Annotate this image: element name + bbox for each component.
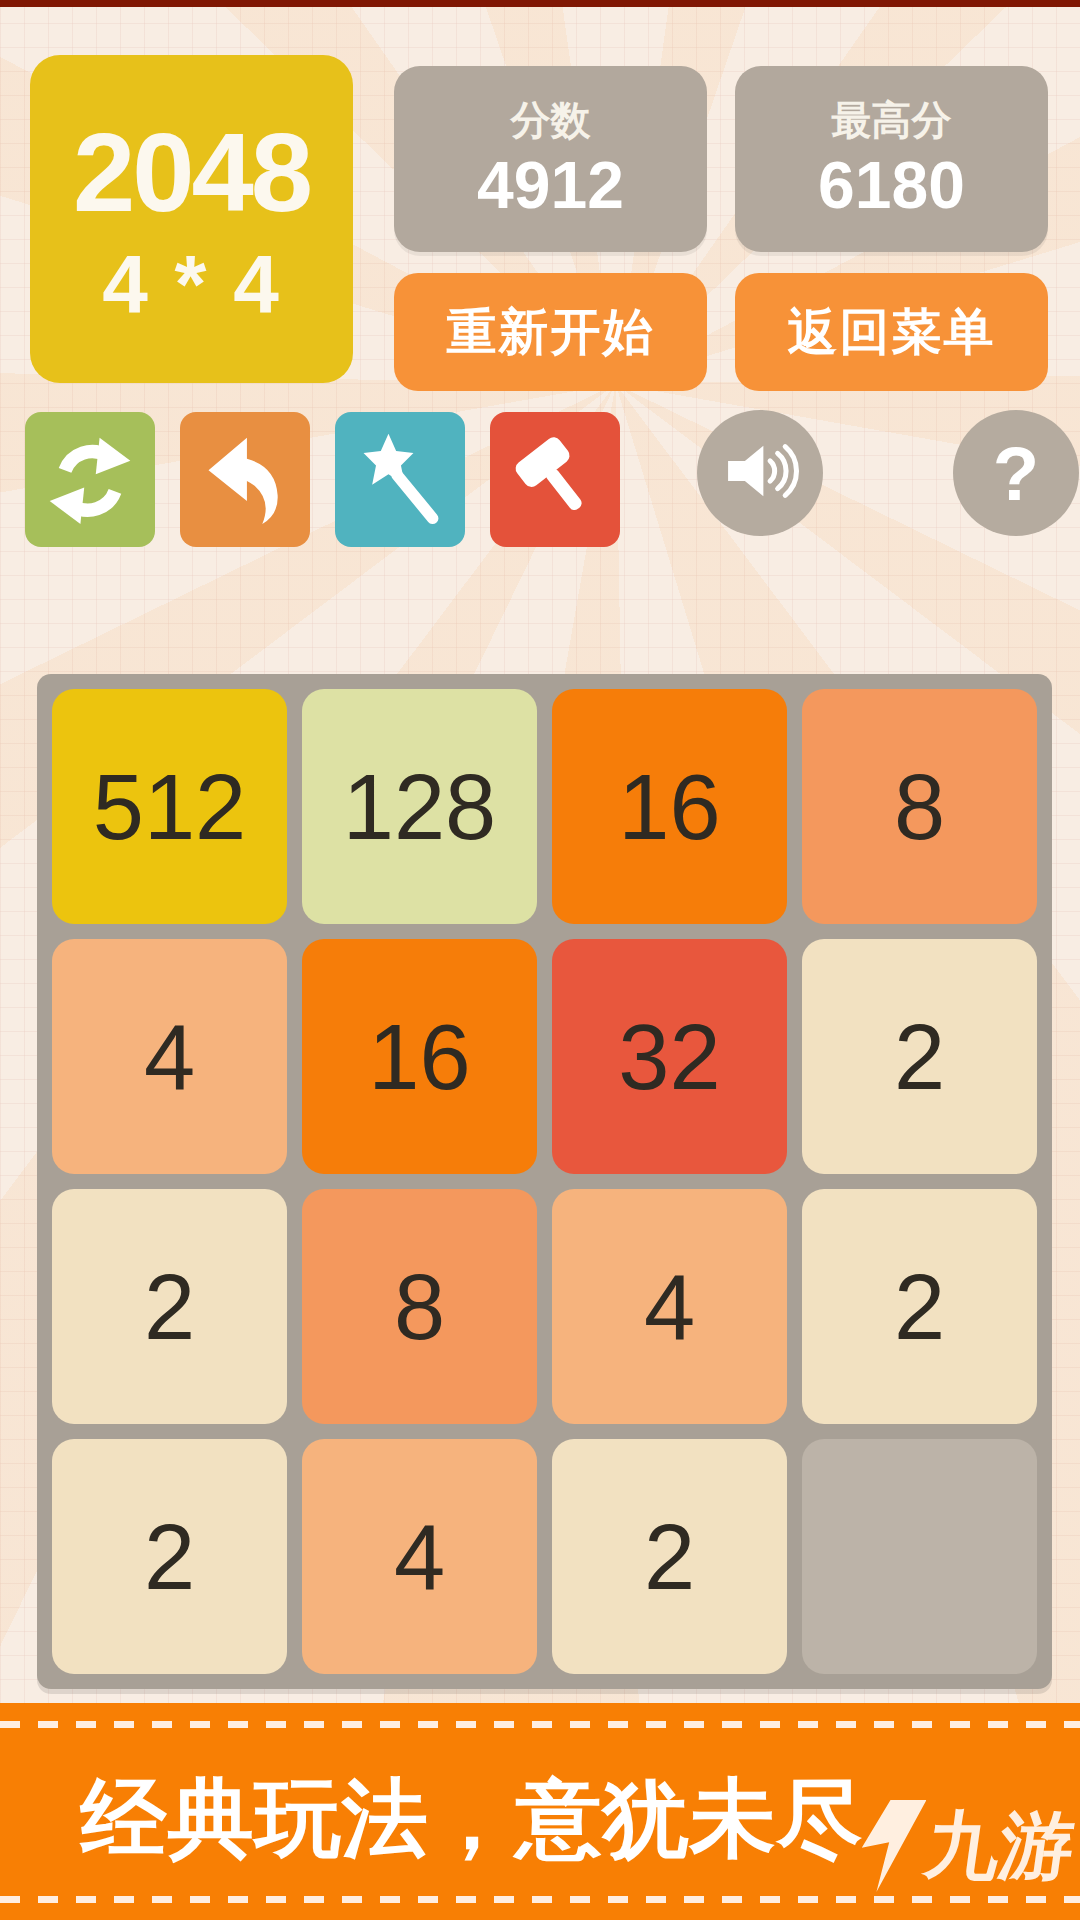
restart-button[interactable]: 重新开始 — [394, 273, 707, 391]
dashed-divider-bottom — [0, 1896, 1080, 1903]
hammer-icon — [507, 430, 603, 530]
score-box: 分数 4912 — [394, 66, 707, 252]
top-strip — [0, 0, 1080, 7]
best-score-label: 最高分 — [832, 100, 952, 140]
score-label: 分数 — [511, 100, 591, 140]
tile-2-r2c4: 2 — [802, 939, 1037, 1174]
tile-2-r4c3: 2 — [552, 1439, 787, 1674]
speaker-icon — [718, 429, 802, 517]
tile-4-r3c3: 4 — [552, 1189, 787, 1424]
help-button[interactable]: ? — [953, 410, 1079, 536]
tile-2-r3c1: 2 — [52, 1189, 287, 1424]
lightning-bolt-icon — [856, 1800, 927, 1892]
game-board[interactable]: 5121281684163222842242 — [37, 674, 1052, 1689]
tile-32-r2c3: 32 — [552, 939, 787, 1174]
hammer-button[interactable] — [490, 412, 620, 547]
tile-16-r1c3: 16 — [552, 689, 787, 924]
refresh-icon — [42, 430, 138, 530]
sound-button[interactable] — [697, 410, 823, 536]
magic-wand-button[interactable] — [335, 412, 465, 547]
undo-icon — [197, 430, 293, 530]
refresh-button[interactable] — [25, 412, 155, 547]
tile-4-r2c1: 4 — [52, 939, 287, 1174]
tile-512-r1c1: 512 — [52, 689, 287, 924]
logo-title: 2048 — [30, 117, 353, 229]
game-screen: 2048 4 * 4 分数 4912 最高分 6180 重新开始 返回菜单 — [0, 0, 1080, 1920]
tile-16-r2c2: 16 — [302, 939, 537, 1174]
tile-128-r1c2: 128 — [302, 689, 537, 924]
tile-2-r4c1: 2 — [52, 1439, 287, 1674]
tile-2-r3c4: 2 — [802, 1189, 1037, 1424]
question-mark-label: ? — [993, 430, 1039, 517]
tile-8-r3c2: 8 — [302, 1189, 537, 1424]
return-menu-button[interactable]: 返回菜单 — [735, 273, 1048, 391]
watermark-logo: 九游 — [856, 1800, 1080, 1892]
dashed-divider-top — [0, 1721, 1080, 1728]
undo-button[interactable] — [180, 412, 310, 547]
tile-4-r4c2: 4 — [302, 1439, 537, 1674]
magic-wand-icon — [352, 430, 448, 530]
game-logo: 2048 4 * 4 — [30, 55, 353, 383]
logo-grid-size: 4 * 4 — [30, 243, 353, 325]
best-score-box: 最高分 6180 — [735, 66, 1048, 252]
tile-8-r1c4: 8 — [802, 689, 1037, 924]
empty-cell-r4c4 — [802, 1439, 1037, 1674]
bottom-banner: 经典玩法，意犹未尽 九游 — [0, 1703, 1080, 1920]
score-value: 4912 — [477, 152, 624, 218]
banner-slogan: 经典玩法，意犹未尽 — [81, 1761, 864, 1878]
best-score-value: 6180 — [818, 152, 965, 218]
watermark-text: 九游 — [921, 1809, 1079, 1883]
